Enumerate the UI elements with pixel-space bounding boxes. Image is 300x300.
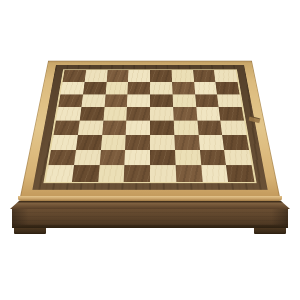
board-square	[128, 82, 150, 94]
board-square	[102, 121, 127, 135]
board-square	[63, 70, 86, 82]
board-square	[124, 165, 150, 182]
outer-oak-frame	[20, 61, 280, 197]
base-foot-right	[254, 228, 286, 234]
board-square	[217, 94, 242, 107]
board-square	[172, 94, 195, 107]
board-square	[56, 107, 81, 120]
board-square	[101, 135, 126, 150]
board-square	[58, 94, 83, 107]
product-photo	[0, 0, 300, 300]
board-square	[84, 70, 107, 82]
board-square	[216, 82, 240, 94]
board-square	[198, 135, 224, 150]
board-square	[173, 107, 197, 120]
board-square	[74, 150, 101, 166]
maple-pinstripe	[43, 69, 256, 183]
board-square	[196, 107, 221, 120]
board-square	[175, 150, 201, 166]
board-square	[222, 135, 249, 150]
board-square	[51, 135, 78, 150]
board-square	[194, 82, 217, 94]
board-square	[99, 150, 125, 166]
board-square	[125, 135, 150, 150]
board-square	[126, 107, 150, 120]
chess-board	[20, 61, 280, 197]
board-square	[126, 121, 150, 135]
board-square	[72, 165, 100, 182]
board-square	[46, 165, 74, 182]
base-recess-shadow	[12, 225, 288, 228]
board-square	[125, 150, 150, 166]
board-square	[106, 70, 128, 82]
base-molding	[10, 201, 290, 209]
board-square	[60, 82, 84, 94]
board-square	[78, 121, 103, 135]
board-square	[81, 94, 105, 107]
board-square	[98, 165, 125, 182]
base-foot-left	[14, 228, 46, 234]
board-square	[175, 165, 202, 182]
inner-walnut-border	[32, 65, 267, 190]
board-square	[150, 150, 175, 166]
board-square	[172, 82, 195, 94]
chess-board-grid	[46, 70, 255, 182]
board-square	[226, 165, 254, 182]
board-square	[83, 82, 106, 94]
board-square	[219, 107, 244, 120]
board-square	[197, 121, 222, 135]
board-square	[174, 135, 199, 150]
board-square	[105, 82, 128, 94]
board-square	[150, 94, 173, 107]
board-square	[201, 165, 229, 182]
board-square	[48, 150, 75, 166]
board-square	[54, 121, 80, 135]
board-square	[127, 94, 150, 107]
board-square	[103, 107, 127, 120]
board-square	[195, 94, 219, 107]
board-square	[150, 135, 175, 150]
board-square	[193, 70, 216, 82]
board-square	[174, 121, 199, 135]
board-square	[128, 70, 150, 82]
board-square	[221, 121, 247, 135]
board-square	[79, 107, 104, 120]
board-square	[76, 135, 102, 150]
board-square	[150, 121, 174, 135]
board-square	[171, 70, 193, 82]
base-front-face	[12, 209, 288, 225]
board-square	[150, 70, 172, 82]
board-square	[104, 94, 127, 107]
board-square	[199, 150, 226, 166]
board-square	[150, 107, 174, 120]
board-square	[150, 165, 176, 182]
board-square	[150, 82, 172, 94]
board-square	[224, 150, 251, 166]
oak-front-edge	[18, 196, 282, 201]
board-square	[214, 70, 237, 82]
